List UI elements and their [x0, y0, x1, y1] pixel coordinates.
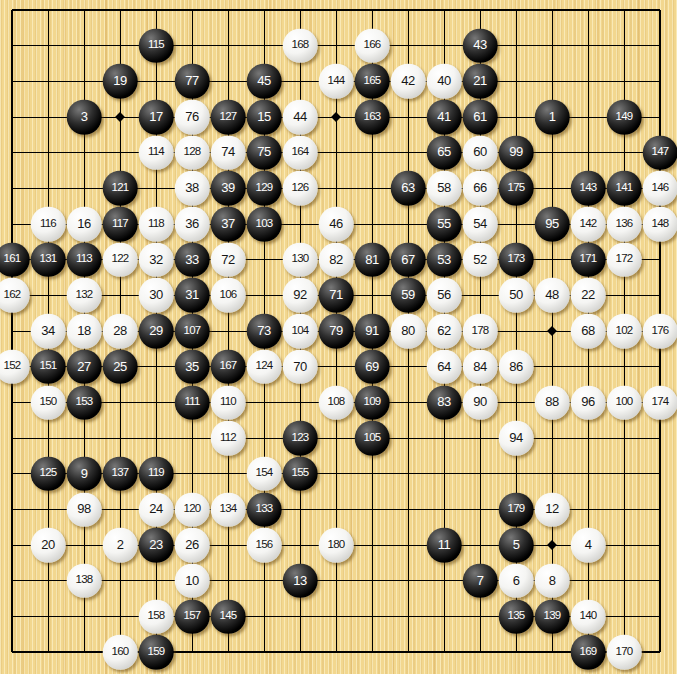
board-intersection[interactable]: 5 [498, 527, 534, 563]
board-intersection[interactable]: 166 [354, 28, 390, 64]
board-intersection[interactable] [30, 599, 66, 635]
board-intersection[interactable] [0, 563, 30, 599]
board-intersection[interactable]: 71 [318, 278, 354, 314]
board-intersection[interactable]: 21 [462, 63, 498, 99]
board-intersection[interactable]: 121 [102, 171, 138, 207]
board-intersection[interactable] [318, 456, 354, 492]
board-intersection[interactable] [390, 456, 426, 492]
board-intersection[interactable] [282, 527, 318, 563]
board-intersection[interactable]: 12 [534, 492, 570, 528]
board-intersection[interactable]: 152 [0, 349, 30, 385]
board-intersection[interactable] [66, 634, 102, 670]
board-intersection[interactable]: 105 [354, 420, 390, 456]
board-intersection[interactable]: 1 [534, 99, 570, 135]
board-intersection[interactable] [0, 385, 30, 421]
board-intersection[interactable]: 149 [606, 99, 642, 135]
board-intersection[interactable] [102, 385, 138, 421]
board-intersection[interactable]: 17 [138, 99, 174, 135]
board-intersection[interactable] [570, 492, 606, 528]
board-intersection[interactable] [606, 349, 642, 385]
board-intersection[interactable]: 155 [282, 456, 318, 492]
board-intersection[interactable] [534, 313, 570, 349]
board-intersection[interactable] [318, 563, 354, 599]
board-intersection[interactable] [30, 63, 66, 99]
board-intersection[interactable] [426, 492, 462, 528]
board-intersection[interactable]: 62 [426, 313, 462, 349]
board-intersection[interactable] [0, 0, 30, 28]
board-intersection[interactable]: 37 [210, 206, 246, 242]
board-intersection[interactable] [498, 206, 534, 242]
board-intersection[interactable]: 92 [282, 278, 318, 314]
board-intersection[interactable]: 165 [354, 63, 390, 99]
board-intersection[interactable] [606, 456, 642, 492]
board-intersection[interactable]: 131 [30, 242, 66, 278]
board-intersection[interactable] [498, 385, 534, 421]
board-intersection[interactable]: 58 [426, 171, 462, 207]
board-intersection[interactable] [102, 563, 138, 599]
board-intersection[interactable] [174, 28, 210, 64]
board-intersection[interactable]: 174 [642, 385, 677, 421]
board-intersection[interactable] [246, 0, 282, 28]
board-intersection[interactable]: 170 [606, 634, 642, 670]
board-intersection[interactable] [246, 599, 282, 635]
board-intersection[interactable] [642, 563, 677, 599]
board-intersection[interactable] [426, 0, 462, 28]
board-intersection[interactable]: 134 [210, 492, 246, 528]
board-intersection[interactable]: 128 [174, 135, 210, 171]
board-intersection[interactable] [570, 420, 606, 456]
board-intersection[interactable] [210, 63, 246, 99]
board-intersection[interactable]: 168 [282, 28, 318, 64]
board-intersection[interactable] [30, 135, 66, 171]
board-intersection[interactable] [426, 599, 462, 635]
board-intersection[interactable] [390, 28, 426, 64]
board-intersection[interactable] [642, 599, 677, 635]
board-intersection[interactable]: 7 [462, 563, 498, 599]
board-intersection[interactable]: 72 [210, 242, 246, 278]
board-intersection[interactable] [462, 527, 498, 563]
board-intersection[interactable] [570, 135, 606, 171]
board-intersection[interactable] [606, 420, 642, 456]
board-intersection[interactable]: 63 [390, 171, 426, 207]
board-intersection[interactable] [30, 278, 66, 314]
board-intersection[interactable]: 161 [0, 242, 30, 278]
board-intersection[interactable]: 119 [138, 456, 174, 492]
board-intersection[interactable] [246, 242, 282, 278]
board-intersection[interactable]: 61 [462, 99, 498, 135]
board-intersection[interactable] [246, 385, 282, 421]
board-intersection[interactable]: 36 [174, 206, 210, 242]
board-intersection[interactable] [66, 527, 102, 563]
board-intersection[interactable]: 55 [426, 206, 462, 242]
board-intersection[interactable] [462, 492, 498, 528]
board-intersection[interactable]: 132 [66, 278, 102, 314]
board-intersection[interactable] [642, 99, 677, 135]
board-intersection[interactable]: 41 [426, 99, 462, 135]
board-intersection[interactable]: 3 [66, 99, 102, 135]
board-intersection[interactable]: 98 [66, 492, 102, 528]
board-intersection[interactable] [498, 0, 534, 28]
board-intersection[interactable]: 135 [498, 599, 534, 635]
board-intersection[interactable]: 16 [66, 206, 102, 242]
board-intersection[interactable] [498, 28, 534, 64]
board-intersection[interactable] [534, 242, 570, 278]
board-intersection[interactable]: 60 [462, 135, 498, 171]
board-intersection[interactable] [354, 527, 390, 563]
board-intersection[interactable]: 167 [210, 349, 246, 385]
board-intersection[interactable]: 148 [642, 206, 677, 242]
board-intersection[interactable] [390, 135, 426, 171]
board-intersection[interactable]: 107 [174, 313, 210, 349]
board-intersection[interactable] [534, 135, 570, 171]
board-intersection[interactable]: 125 [30, 456, 66, 492]
board-intersection[interactable] [30, 563, 66, 599]
board-intersection[interactable] [462, 420, 498, 456]
board-intersection[interactable]: 99 [498, 135, 534, 171]
board-intersection[interactable]: 69 [354, 349, 390, 385]
board-intersection[interactable] [642, 0, 677, 28]
board-intersection[interactable] [30, 28, 66, 64]
board-intersection[interactable] [534, 456, 570, 492]
board-intersection[interactable] [498, 313, 534, 349]
board-intersection[interactable] [606, 492, 642, 528]
board-intersection[interactable] [66, 171, 102, 207]
board-intersection[interactable]: 111 [174, 385, 210, 421]
board-intersection[interactable] [318, 0, 354, 28]
board-intersection[interactable]: 130 [282, 242, 318, 278]
board-intersection[interactable] [570, 28, 606, 64]
board-intersection[interactable] [498, 634, 534, 670]
board-intersection[interactable] [390, 206, 426, 242]
board-intersection[interactable]: 40 [426, 63, 462, 99]
board-intersection[interactable] [462, 0, 498, 28]
board-intersection[interactable]: 59 [390, 278, 426, 314]
board-intersection[interactable]: 4 [570, 527, 606, 563]
board-intersection[interactable]: 77 [174, 63, 210, 99]
board-intersection[interactable] [642, 63, 677, 99]
board-intersection[interactable] [246, 28, 282, 64]
board-intersection[interactable]: 23 [138, 527, 174, 563]
board-intersection[interactable]: 44 [282, 99, 318, 135]
board-intersection[interactable]: 136 [606, 206, 642, 242]
board-intersection[interactable] [354, 206, 390, 242]
board-intersection[interactable]: 81 [354, 242, 390, 278]
board-intersection[interactable]: 102 [606, 313, 642, 349]
board-intersection[interactable] [102, 492, 138, 528]
board-intersection[interactable]: 82 [318, 242, 354, 278]
board-intersection[interactable] [390, 492, 426, 528]
board-intersection[interactable] [534, 171, 570, 207]
board-intersection[interactable]: 64 [426, 349, 462, 385]
board-intersection[interactable]: 142 [570, 206, 606, 242]
board-intersection[interactable] [534, 0, 570, 28]
board-intersection[interactable]: 127 [210, 99, 246, 135]
board-intersection[interactable]: 25 [102, 349, 138, 385]
board-intersection[interactable]: 19 [102, 63, 138, 99]
board-intersection[interactable]: 129 [246, 171, 282, 207]
board-intersection[interactable] [354, 634, 390, 670]
board-intersection[interactable]: 100 [606, 385, 642, 421]
board-intersection[interactable]: 13 [282, 563, 318, 599]
board-intersection[interactable]: 160 [102, 634, 138, 670]
board-intersection[interactable] [534, 63, 570, 99]
board-intersection[interactable] [354, 0, 390, 28]
board-intersection[interactable]: 104 [282, 313, 318, 349]
board-intersection[interactable] [426, 420, 462, 456]
board-intersection[interactable] [210, 527, 246, 563]
board-intersection[interactable] [0, 99, 30, 135]
board-intersection[interactable]: 50 [498, 278, 534, 314]
board-intersection[interactable]: 91 [354, 313, 390, 349]
board-intersection[interactable] [102, 599, 138, 635]
board-intersection[interactable] [606, 28, 642, 64]
board-intersection[interactable]: 159 [138, 634, 174, 670]
board-intersection[interactable] [66, 135, 102, 171]
board-intersection[interactable] [390, 349, 426, 385]
board-intersection[interactable] [0, 171, 30, 207]
board-intersection[interactable]: 169 [570, 634, 606, 670]
board-intersection[interactable] [0, 206, 30, 242]
board-intersection[interactable] [570, 349, 606, 385]
board-intersection[interactable]: 116 [30, 206, 66, 242]
board-intersection[interactable] [282, 492, 318, 528]
board-intersection[interactable]: 94 [498, 420, 534, 456]
board-intersection[interactable] [66, 0, 102, 28]
board-intersection[interactable]: 70 [282, 349, 318, 385]
board-intersection[interactable]: 86 [498, 349, 534, 385]
board-intersection[interactable] [390, 385, 426, 421]
board-intersection[interactable] [534, 349, 570, 385]
board-intersection[interactable]: 68 [570, 313, 606, 349]
board-intersection[interactable] [390, 634, 426, 670]
board-intersection[interactable] [606, 527, 642, 563]
board-intersection[interactable]: 124 [246, 349, 282, 385]
board-intersection[interactable]: 24 [138, 492, 174, 528]
board-intersection[interactable] [534, 634, 570, 670]
board-intersection[interactable]: 53 [426, 242, 462, 278]
board-intersection[interactable] [210, 0, 246, 28]
board-intersection[interactable] [30, 420, 66, 456]
board-intersection[interactable]: 90 [462, 385, 498, 421]
board-intersection[interactable] [138, 349, 174, 385]
board-intersection[interactable] [210, 456, 246, 492]
board-intersection[interactable]: 163 [354, 99, 390, 135]
board-intersection[interactable]: 103 [246, 206, 282, 242]
board-intersection[interactable] [534, 28, 570, 64]
board-intersection[interactable]: 118 [138, 206, 174, 242]
board-intersection[interactable]: 84 [462, 349, 498, 385]
board-intersection[interactable] [0, 420, 30, 456]
board-intersection[interactable]: 157 [174, 599, 210, 635]
board-intersection[interactable]: 158 [138, 599, 174, 635]
board-intersection[interactable] [318, 99, 354, 135]
board-intersection[interactable]: 171 [570, 242, 606, 278]
board-intersection[interactable] [318, 28, 354, 64]
board-intersection[interactable]: 162 [0, 278, 30, 314]
board-intersection[interactable]: 26 [174, 527, 210, 563]
board-intersection[interactable] [138, 171, 174, 207]
board-intersection[interactable] [642, 456, 677, 492]
board-intersection[interactable] [0, 634, 30, 670]
board-intersection[interactable]: 67 [390, 242, 426, 278]
board-intersection[interactable] [102, 0, 138, 28]
board-intersection[interactable]: 76 [174, 99, 210, 135]
board-intersection[interactable] [174, 634, 210, 670]
board-intersection[interactable] [246, 634, 282, 670]
board-intersection[interactable] [642, 492, 677, 528]
board-intersection[interactable] [498, 99, 534, 135]
board-intersection[interactable] [462, 456, 498, 492]
board-intersection[interactable]: 35 [174, 349, 210, 385]
board-intersection[interactable]: 153 [66, 385, 102, 421]
board-intersection[interactable] [462, 278, 498, 314]
board-intersection[interactable]: 22 [570, 278, 606, 314]
board-intersection[interactable]: 164 [282, 135, 318, 171]
board-intersection[interactable] [606, 563, 642, 599]
board-intersection[interactable] [282, 385, 318, 421]
board-intersection[interactable] [246, 420, 282, 456]
board-intersection[interactable] [354, 563, 390, 599]
board-intersection[interactable] [0, 599, 30, 635]
board-intersection[interactable] [534, 527, 570, 563]
board-intersection[interactable]: 33 [174, 242, 210, 278]
board-intersection[interactable] [138, 63, 174, 99]
board-intersection[interactable] [138, 420, 174, 456]
board-intersection[interactable]: 43 [462, 28, 498, 64]
board-intersection[interactable] [426, 28, 462, 64]
board-intersection[interactable] [0, 492, 30, 528]
board-intersection[interactable] [390, 0, 426, 28]
board-intersection[interactable] [282, 63, 318, 99]
board-intersection[interactable] [318, 420, 354, 456]
board-intersection[interactable]: 126 [282, 171, 318, 207]
board-intersection[interactable] [282, 599, 318, 635]
board-intersection[interactable] [354, 135, 390, 171]
board-intersection[interactable] [642, 242, 677, 278]
board-intersection[interactable]: 117 [102, 206, 138, 242]
board-intersection[interactable]: 122 [102, 242, 138, 278]
board-intersection[interactable] [354, 492, 390, 528]
board-intersection[interactable]: 30 [138, 278, 174, 314]
board-intersection[interactable]: 179 [498, 492, 534, 528]
board-intersection[interactable] [426, 634, 462, 670]
board-intersection[interactable] [210, 634, 246, 670]
board-intersection[interactable]: 133 [246, 492, 282, 528]
board-intersection[interactable] [606, 0, 642, 28]
board-intersection[interactable]: 34 [30, 313, 66, 349]
board-intersection[interactable] [210, 313, 246, 349]
board-intersection[interactable] [66, 63, 102, 99]
board-intersection[interactable] [174, 456, 210, 492]
board-intersection[interactable] [318, 171, 354, 207]
board-intersection[interactable]: 113 [66, 242, 102, 278]
board-intersection[interactable]: 18 [66, 313, 102, 349]
board-intersection[interactable] [318, 634, 354, 670]
board-intersection[interactable]: 154 [246, 456, 282, 492]
board-intersection[interactable] [390, 99, 426, 135]
board-intersection[interactable]: 9 [66, 456, 102, 492]
board-intersection[interactable]: 6 [498, 563, 534, 599]
board-intersection[interactable]: 120 [174, 492, 210, 528]
board-intersection[interactable] [642, 420, 677, 456]
board-intersection[interactable]: 156 [246, 527, 282, 563]
board-intersection[interactable] [606, 135, 642, 171]
board-intersection[interactable]: 141 [606, 171, 642, 207]
board-intersection[interactable]: 140 [570, 599, 606, 635]
board-intersection[interactable] [102, 99, 138, 135]
board-intersection[interactable] [30, 171, 66, 207]
board-intersection[interactable]: 29 [138, 313, 174, 349]
board-intersection[interactable]: 106 [210, 278, 246, 314]
board-intersection[interactable]: 138 [66, 563, 102, 599]
board-intersection[interactable] [318, 599, 354, 635]
board-intersection[interactable]: 83 [426, 385, 462, 421]
board-intersection[interactable] [138, 385, 174, 421]
board-intersection[interactable]: 27 [66, 349, 102, 385]
board-intersection[interactable]: 172 [606, 242, 642, 278]
board-intersection[interactable]: 8 [534, 563, 570, 599]
board-intersection[interactable]: 112 [210, 420, 246, 456]
board-intersection[interactable] [570, 0, 606, 28]
board-intersection[interactable] [390, 420, 426, 456]
board-intersection[interactable]: 114 [138, 135, 174, 171]
board-intersection[interactable] [282, 206, 318, 242]
board-intersection[interactable] [210, 28, 246, 64]
board-intersection[interactable]: 52 [462, 242, 498, 278]
board-intersection[interactable] [30, 0, 66, 28]
board-intersection[interactable]: 88 [534, 385, 570, 421]
board-intersection[interactable] [354, 278, 390, 314]
board-intersection[interactable] [354, 171, 390, 207]
board-intersection[interactable] [174, 0, 210, 28]
board-intersection[interactable]: 180 [318, 527, 354, 563]
board-intersection[interactable] [390, 563, 426, 599]
board-intersection[interactable]: 32 [138, 242, 174, 278]
board-intersection[interactable]: 146 [642, 171, 677, 207]
board-intersection[interactable] [0, 63, 30, 99]
board-intersection[interactable] [0, 456, 30, 492]
board-intersection[interactable]: 11 [426, 527, 462, 563]
board-intersection[interactable] [210, 563, 246, 599]
board-intersection[interactable]: 115 [138, 28, 174, 64]
board-intersection[interactable] [66, 420, 102, 456]
board-intersection[interactable] [606, 63, 642, 99]
board-intersection[interactable]: 143 [570, 171, 606, 207]
board-intersection[interactable] [606, 599, 642, 635]
board-intersection[interactable]: 139 [534, 599, 570, 635]
board-intersection[interactable] [390, 527, 426, 563]
board-intersection[interactable] [246, 278, 282, 314]
board-intersection[interactable] [642, 634, 677, 670]
board-intersection[interactable] [102, 420, 138, 456]
board-intersection[interactable] [318, 135, 354, 171]
board-intersection[interactable]: 123 [282, 420, 318, 456]
board-intersection[interactable] [282, 0, 318, 28]
board-intersection[interactable]: 46 [318, 206, 354, 242]
board-intersection[interactable]: 48 [534, 278, 570, 314]
board-intersection[interactable] [642, 278, 677, 314]
board-intersection[interactable] [354, 599, 390, 635]
board-intersection[interactable]: 79 [318, 313, 354, 349]
board-intersection[interactable] [462, 599, 498, 635]
board-intersection[interactable] [102, 135, 138, 171]
board-intersection[interactable] [642, 28, 677, 64]
board-intersection[interactable] [0, 135, 30, 171]
board-intersection[interactable] [174, 420, 210, 456]
board-intersection[interactable] [66, 599, 102, 635]
board-intersection[interactable] [642, 349, 677, 385]
board-intersection[interactable]: 173 [498, 242, 534, 278]
